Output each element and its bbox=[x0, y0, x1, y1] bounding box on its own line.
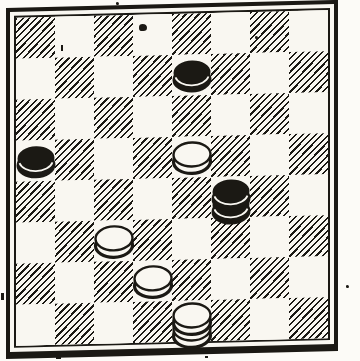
piece-white-man-square-22[interactable] bbox=[91, 220, 137, 261]
square-16[interactable] bbox=[250, 134, 289, 176]
scan-speck-3 bbox=[255, 36, 258, 39]
dark-square-r0c2 bbox=[94, 15, 133, 57]
dark-square-r0c6 bbox=[250, 11, 289, 53]
board-inner-rule bbox=[14, 8, 330, 348]
square-23[interactable] bbox=[172, 218, 211, 260]
square-30[interactable] bbox=[94, 302, 133, 344]
square-3[interactable] bbox=[211, 12, 250, 54]
piece-white-king-square-31[interactable] bbox=[169, 297, 215, 351]
square-20[interactable] bbox=[289, 174, 328, 216]
square-4[interactable] bbox=[289, 10, 328, 52]
square-2[interactable] bbox=[133, 14, 172, 56]
scan-speck-4 bbox=[1, 293, 4, 300]
piece-black-king-square-19[interactable] bbox=[208, 173, 254, 227]
square-18[interactable] bbox=[133, 178, 172, 220]
dark-square-r1c1 bbox=[55, 57, 94, 99]
dark-square-r2c2 bbox=[94, 97, 133, 139]
square-28[interactable] bbox=[289, 256, 328, 298]
dark-square-r5c7 bbox=[289, 215, 328, 257]
square-11[interactable] bbox=[211, 94, 250, 136]
dark-square-r3c5 bbox=[211, 135, 250, 177]
piece-white-man-square-26[interactable] bbox=[130, 260, 176, 301]
piece-white-man-square-15[interactable] bbox=[169, 136, 215, 177]
square-21[interactable] bbox=[16, 222, 55, 264]
dark-square-r7c3 bbox=[133, 301, 172, 343]
square-8[interactable] bbox=[250, 52, 289, 94]
piece-black-man-square-7[interactable] bbox=[169, 54, 215, 95]
square-17[interactable] bbox=[55, 180, 94, 222]
square-24[interactable] bbox=[250, 216, 289, 258]
square-29[interactable] bbox=[16, 304, 55, 346]
scan-speck-5 bbox=[346, 285, 349, 288]
dark-square-r0c0 bbox=[16, 17, 55, 59]
dark-square-r2c6 bbox=[250, 93, 289, 135]
square-14[interactable] bbox=[94, 138, 133, 180]
square-12[interactable] bbox=[289, 92, 328, 134]
dark-square-r1c5 bbox=[211, 53, 250, 95]
square-1[interactable] bbox=[55, 16, 94, 58]
scan-speck-8 bbox=[205, 356, 208, 358]
dark-square-r4c0 bbox=[16, 181, 55, 223]
scan-speck-7 bbox=[56, 357, 61, 359]
board-frame bbox=[6, 0, 338, 359]
dark-square-r2c0 bbox=[16, 99, 55, 141]
dark-square-r4c6 bbox=[250, 175, 289, 217]
dark-square-r7c5 bbox=[211, 299, 250, 341]
dark-square-r3c1 bbox=[55, 139, 94, 181]
scan-speck-6 bbox=[17, 355, 20, 358]
square-27[interactable] bbox=[211, 258, 250, 300]
scan-speck-1 bbox=[116, 2, 119, 5]
dark-square-r5c1 bbox=[55, 221, 94, 263]
dark-square-r7c1 bbox=[55, 303, 94, 345]
piece-black-man-square-13[interactable] bbox=[13, 140, 59, 181]
dark-square-r0c4 bbox=[172, 13, 211, 55]
dark-square-r4c4 bbox=[172, 177, 211, 219]
square-9[interactable] bbox=[55, 98, 94, 140]
scanned-page bbox=[0, 0, 360, 361]
square-32[interactable] bbox=[250, 298, 289, 340]
dark-square-r1c3 bbox=[133, 55, 172, 97]
dark-square-r6c0 bbox=[16, 263, 55, 305]
dark-square-r6c6 bbox=[250, 257, 289, 299]
dark-square-r2c4 bbox=[172, 95, 211, 137]
dark-square-r5c3 bbox=[133, 219, 172, 261]
dark-square-r3c3 bbox=[133, 137, 172, 179]
dark-square-r4c2 bbox=[94, 179, 133, 221]
scan-speck-0 bbox=[139, 24, 147, 31]
scan-speck-2 bbox=[61, 45, 63, 51]
dark-square-r7c7 bbox=[289, 297, 328, 339]
square-6[interactable] bbox=[94, 56, 133, 98]
dark-square-r3c7 bbox=[289, 133, 328, 175]
square-25[interactable] bbox=[55, 262, 94, 304]
square-5[interactable] bbox=[16, 58, 55, 100]
checkers-board bbox=[16, 10, 328, 346]
dark-square-r1c7 bbox=[289, 51, 328, 93]
square-10[interactable] bbox=[133, 96, 172, 138]
dark-square-r6c2 bbox=[94, 261, 133, 303]
dark-square-r6c4 bbox=[172, 259, 211, 301]
